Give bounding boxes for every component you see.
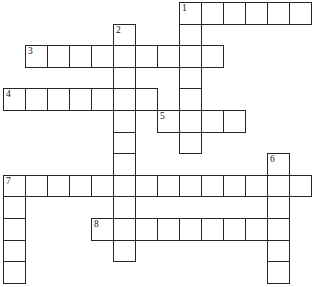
grid-cell[interactable]: 5: [157, 110, 180, 133]
grid-cell[interactable]: [157, 45, 180, 68]
grid-cell[interactable]: [113, 175, 136, 198]
grid-cell[interactable]: [289, 2, 312, 25]
grid-cell[interactable]: [47, 175, 70, 198]
grid-cell[interactable]: [91, 175, 114, 198]
grid-cell[interactable]: [179, 67, 202, 90]
grid-cell[interactable]: [69, 45, 92, 68]
grid-cell[interactable]: [135, 175, 158, 198]
grid-cell[interactable]: [179, 218, 202, 241]
grid-cell[interactable]: [245, 2, 268, 25]
crossword-board: 12345678: [3, 2, 311, 283]
grid-cell[interactable]: [113, 196, 136, 219]
grid-cell[interactable]: [223, 110, 246, 133]
grid-cell[interactable]: 2: [113, 24, 136, 47]
grid-cell[interactable]: [201, 2, 224, 25]
grid-cell[interactable]: [113, 153, 136, 176]
grid-cell[interactable]: [69, 175, 92, 198]
grid-cell[interactable]: [113, 45, 136, 68]
grid-cell[interactable]: [179, 88, 202, 111]
grid-cell[interactable]: [267, 218, 290, 241]
grid-cell[interactable]: [113, 132, 136, 155]
grid-cell[interactable]: [157, 218, 180, 241]
grid-cell[interactable]: [245, 218, 268, 241]
clue-number: 6: [270, 154, 275, 164]
grid-cell[interactable]: [135, 218, 158, 241]
grid-cell[interactable]: [91, 88, 114, 111]
grid-cell[interactable]: [179, 110, 202, 133]
grid-cell[interactable]: [179, 45, 202, 68]
clue-number: 1: [182, 3, 187, 13]
grid-cell[interactable]: [47, 88, 70, 111]
clue-number: 8: [94, 219, 99, 229]
grid-cell[interactable]: 1: [179, 2, 202, 25]
grid-cell[interactable]: [179, 24, 202, 47]
grid-cell[interactable]: [69, 88, 92, 111]
grid-cell[interactable]: [113, 67, 136, 90]
grid-cell[interactable]: [267, 175, 290, 198]
grid-cell[interactable]: 8: [91, 218, 114, 241]
grid-cell[interactable]: [201, 218, 224, 241]
grid-cell[interactable]: [201, 175, 224, 198]
grid-cell[interactable]: [245, 175, 268, 198]
grid-cell[interactable]: [267, 261, 290, 284]
clue-number: 7: [6, 176, 11, 186]
grid-cell[interactable]: [267, 196, 290, 219]
grid-cell[interactable]: [179, 132, 202, 155]
grid-cell[interactable]: [201, 110, 224, 133]
grid-cell[interactable]: [201, 45, 224, 68]
grid-cell[interactable]: [157, 175, 180, 198]
grid-cell[interactable]: [267, 240, 290, 263]
grid-cell[interactable]: [289, 175, 312, 198]
grid-cell[interactable]: [223, 2, 246, 25]
crossword-page: 12345678: [0, 0, 315, 287]
grid-cell[interactable]: 3: [25, 45, 48, 68]
grid-cell[interactable]: [179, 175, 202, 198]
grid-cell[interactable]: [25, 88, 48, 111]
grid-cell[interactable]: [25, 175, 48, 198]
grid-cell[interactable]: [223, 218, 246, 241]
grid-cell[interactable]: [135, 45, 158, 68]
grid-cell[interactable]: 7: [3, 175, 26, 198]
grid-cell[interactable]: [113, 218, 136, 241]
grid-cell[interactable]: [113, 240, 136, 263]
clue-number: 5: [160, 111, 165, 121]
grid-cell[interactable]: 4: [3, 88, 26, 111]
grid-cell[interactable]: [47, 45, 70, 68]
grid-cell[interactable]: [91, 45, 114, 68]
grid-cell[interactable]: [3, 218, 26, 241]
grid-cell[interactable]: [113, 110, 136, 133]
grid-cell[interactable]: 6: [267, 153, 290, 176]
grid-cell[interactable]: [3, 261, 26, 284]
grid-cell[interactable]: [3, 196, 26, 219]
grid-cell[interactable]: [3, 240, 26, 263]
clue-number: 2: [116, 25, 121, 35]
clue-number: 3: [28, 46, 33, 56]
grid-cell[interactable]: [267, 2, 290, 25]
grid-cell[interactable]: [223, 175, 246, 198]
grid-cell[interactable]: [113, 88, 136, 111]
clue-number: 4: [6, 89, 11, 99]
grid-cell[interactable]: [135, 88, 158, 111]
